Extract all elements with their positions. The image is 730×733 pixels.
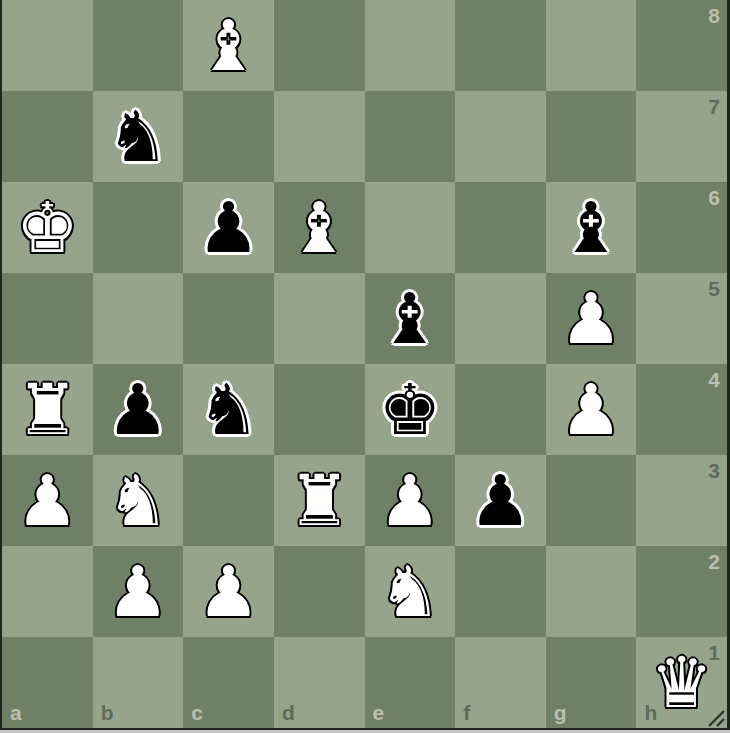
square-h5[interactable]: 5 xyxy=(636,273,727,364)
square-b3[interactable]: ♞ xyxy=(93,455,184,546)
file-label-b: b xyxy=(101,702,114,723)
square-e3[interactable]: ♟ xyxy=(365,455,456,546)
square-b2[interactable]: ♟ xyxy=(93,546,184,637)
white-bishop[interactable]: ♝ xyxy=(183,0,274,91)
square-b8[interactable] xyxy=(93,0,184,91)
chess-board-widget: ♝8♞7♚♟♝♝6♝♟5♜♟♞♚♟4♟♞♜♟♟3♟♟♞2abcdefgh1♛ xyxy=(0,0,730,733)
square-g5[interactable]: ♟ xyxy=(546,273,637,364)
rank-label-7: 7 xyxy=(708,96,720,117)
square-f4[interactable] xyxy=(455,364,546,455)
square-d8[interactable] xyxy=(274,0,365,91)
square-c1[interactable]: c xyxy=(183,637,274,728)
square-e6[interactable] xyxy=(365,182,456,273)
square-e2[interactable]: ♞ xyxy=(365,546,456,637)
rank-label-3: 3 xyxy=(708,460,720,481)
square-d3[interactable]: ♜ xyxy=(274,455,365,546)
square-f7[interactable] xyxy=(455,91,546,182)
black-pawn[interactable]: ♟ xyxy=(183,182,274,273)
white-knight[interactable]: ♞ xyxy=(365,546,456,637)
white-king[interactable]: ♚ xyxy=(2,182,93,273)
square-d1[interactable]: d xyxy=(274,637,365,728)
white-bishop[interactable]: ♝ xyxy=(274,182,365,273)
rank-label-5: 5 xyxy=(708,278,720,299)
square-g7[interactable] xyxy=(546,91,637,182)
white-pawn[interactable]: ♟ xyxy=(546,364,637,455)
black-knight[interactable]: ♞ xyxy=(183,364,274,455)
file-label-a: a xyxy=(10,702,22,723)
square-a4[interactable]: ♜ xyxy=(2,364,93,455)
file-label-c: c xyxy=(191,702,203,723)
square-f3[interactable]: ♟ xyxy=(455,455,546,546)
square-g6[interactable]: ♝ xyxy=(546,182,637,273)
square-h7[interactable]: 7 xyxy=(636,91,727,182)
square-b7[interactable]: ♞ xyxy=(93,91,184,182)
square-g8[interactable] xyxy=(546,0,637,91)
square-d7[interactable] xyxy=(274,91,365,182)
square-f8[interactable] xyxy=(455,0,546,91)
file-label-e: e xyxy=(373,702,385,723)
square-b4[interactable]: ♟ xyxy=(93,364,184,455)
square-h3[interactable]: 3 xyxy=(636,455,727,546)
square-f2[interactable] xyxy=(455,546,546,637)
file-label-f: f xyxy=(463,702,470,723)
square-c8[interactable]: ♝ xyxy=(183,0,274,91)
white-pawn[interactable]: ♟ xyxy=(183,546,274,637)
black-king[interactable]: ♚ xyxy=(365,364,456,455)
square-c3[interactable] xyxy=(183,455,274,546)
file-label-g: g xyxy=(554,702,567,723)
square-e8[interactable] xyxy=(365,0,456,91)
square-a8[interactable] xyxy=(2,0,93,91)
black-pawn[interactable]: ♟ xyxy=(455,455,546,546)
resize-grip-icon[interactable] xyxy=(706,708,726,728)
black-bishop[interactable]: ♝ xyxy=(546,182,637,273)
square-c5[interactable] xyxy=(183,273,274,364)
white-rook[interactable]: ♜ xyxy=(274,455,365,546)
white-pawn[interactable]: ♟ xyxy=(93,546,184,637)
square-a2[interactable] xyxy=(2,546,93,637)
file-label-d: d xyxy=(282,702,295,723)
square-c7[interactable] xyxy=(183,91,274,182)
square-g2[interactable] xyxy=(546,546,637,637)
rank-label-8: 8 xyxy=(708,5,720,26)
square-h8[interactable]: 8 xyxy=(636,0,727,91)
square-e5[interactable]: ♝ xyxy=(365,273,456,364)
square-a6[interactable]: ♚ xyxy=(2,182,93,273)
square-g1[interactable]: g xyxy=(546,637,637,728)
square-f5[interactable] xyxy=(455,273,546,364)
square-e4[interactable]: ♚ xyxy=(365,364,456,455)
square-g4[interactable]: ♟ xyxy=(546,364,637,455)
white-pawn[interactable]: ♟ xyxy=(2,455,93,546)
square-h6[interactable]: 6 xyxy=(636,182,727,273)
square-f6[interactable] xyxy=(455,182,546,273)
black-knight[interactable]: ♞ xyxy=(93,91,184,182)
square-h2[interactable]: 2 xyxy=(636,546,727,637)
white-pawn[interactable]: ♟ xyxy=(365,455,456,546)
square-d6[interactable]: ♝ xyxy=(274,182,365,273)
square-d2[interactable] xyxy=(274,546,365,637)
square-c2[interactable]: ♟ xyxy=(183,546,274,637)
chess-board: ♝8♞7♚♟♝♝6♝♟5♜♟♞♚♟4♟♞♜♟♟3♟♟♞2abcdefgh1♛ xyxy=(0,0,730,730)
square-g3[interactable] xyxy=(546,455,637,546)
square-b6[interactable] xyxy=(93,182,184,273)
square-a7[interactable] xyxy=(2,91,93,182)
black-bishop[interactable]: ♝ xyxy=(365,273,456,364)
square-a1[interactable]: a xyxy=(2,637,93,728)
square-b1[interactable]: b xyxy=(93,637,184,728)
white-knight[interactable]: ♞ xyxy=(93,455,184,546)
rank-label-2: 2 xyxy=(708,551,720,572)
square-b5[interactable] xyxy=(93,273,184,364)
square-f1[interactable]: f xyxy=(455,637,546,728)
rank-label-4: 4 xyxy=(708,369,720,390)
square-c6[interactable]: ♟ xyxy=(183,182,274,273)
square-c4[interactable]: ♞ xyxy=(183,364,274,455)
rank-label-6: 6 xyxy=(708,187,720,208)
square-e7[interactable] xyxy=(365,91,456,182)
square-h4[interactable]: 4 xyxy=(636,364,727,455)
white-rook[interactable]: ♜ xyxy=(2,364,93,455)
square-e1[interactable]: e xyxy=(365,637,456,728)
square-d4[interactable] xyxy=(274,364,365,455)
square-a5[interactable] xyxy=(2,273,93,364)
square-a3[interactable]: ♟ xyxy=(2,455,93,546)
square-d5[interactable] xyxy=(274,273,365,364)
white-pawn[interactable]: ♟ xyxy=(546,273,637,364)
black-pawn[interactable]: ♟ xyxy=(93,364,184,455)
